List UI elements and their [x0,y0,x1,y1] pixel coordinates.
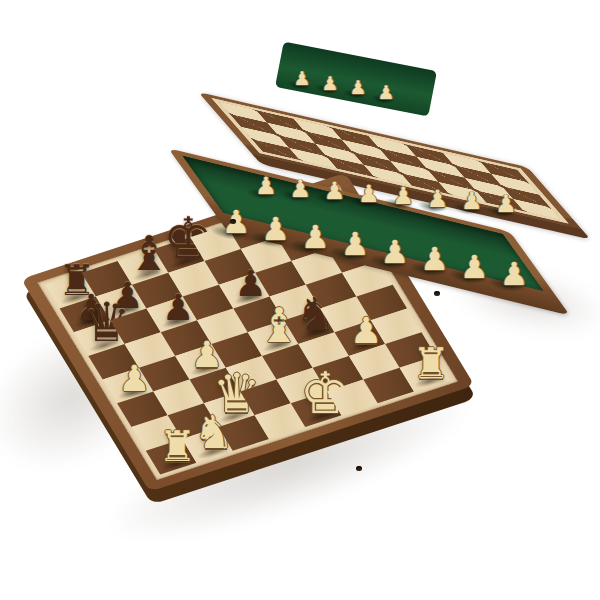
stored-piece-near: ♟ [341,228,370,260]
stored-piece-near: ♟ [500,258,529,290]
stored-piece-far: ♟ [255,174,277,198]
stored-piece-far: ♟ [358,182,380,206]
magnet-hole-board [356,466,362,471]
white-rook[interactable]: ♜ [408,344,454,384]
stored-piece-rear: ♟ [321,74,338,93]
stored-piece-near: ♟ [261,213,290,245]
stored-piece-far: ♟ [324,179,346,203]
stored-piece-far: ♟ [427,187,449,211]
stored-piece-near: ♟ [222,206,251,238]
magnet-hole-box [434,291,440,296]
stored-piece-near: ♟ [301,221,330,253]
stored-piece-rear: ♟ [377,83,394,102]
stored-piece-far: ♟ [392,184,414,208]
stored-piece-near: ♟ [381,236,410,268]
stored-piece-near: ♟ [460,251,489,283]
magnet-hole-box [230,219,236,224]
stored-piece-far: ♟ [495,192,517,216]
scene: ♟♟♟♟ ♜♝♚♟♟♛♟♟♟♟♝♞♟♛♜♞♚♜ ♟♟♟♟♟♟♟♟♟♟♟♟♟♟♟♟ [0,0,600,600]
stored-piece-far: ♟ [461,189,483,213]
stored-piece-near: ♟ [420,243,449,275]
stored-piece-rear: ♟ [349,78,366,97]
stored-piece-rear: ♟ [293,69,310,88]
stored-piece-far: ♟ [290,177,312,201]
